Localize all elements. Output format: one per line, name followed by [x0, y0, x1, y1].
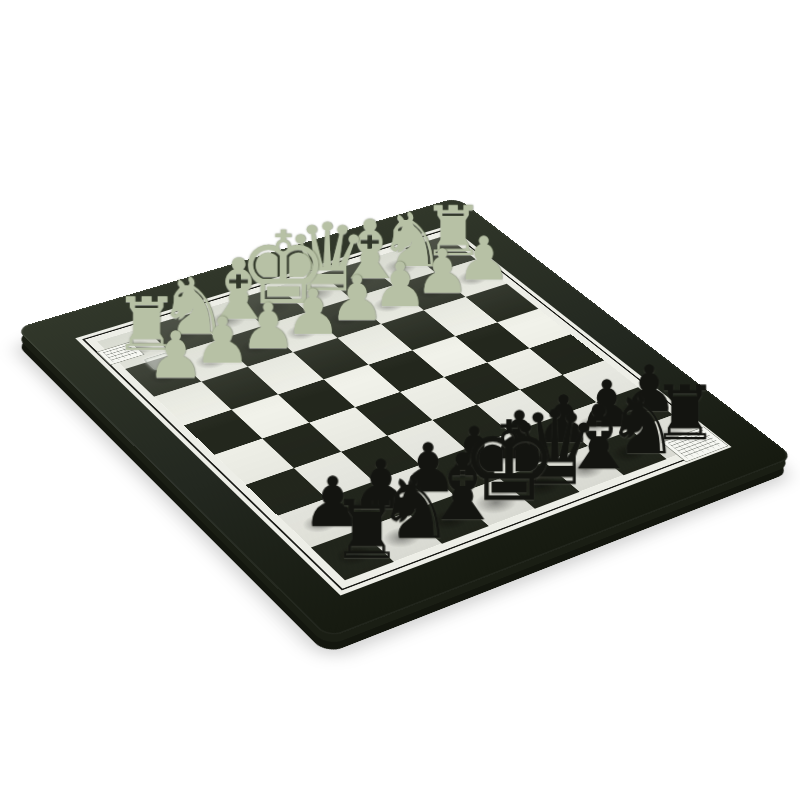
board-frame: ♜♞♝♚♛♝♞♜♟♟♟♟♟♟♟♟♟♟♟♟♟♟♟♟♜♞♝♚♛♝♞♜	[15, 197, 794, 638]
square-h2[interactable]: ♟	[125, 354, 201, 397]
piece-black-rook[interactable]: ♜	[330, 491, 403, 568]
photo-scene: ♜♞♝♚♛♝♞♜♟♟♟♟♟♟♟♟♟♟♟♟♟♟♟♟♜♞♝♚♛♝♞♜	[0, 0, 800, 800]
piece-white-pawn[interactable]: ♟	[146, 325, 204, 386]
chess-board: ♜♞♝♚♛♝♞♜♟♟♟♟♟♟♟♟♟♟♟♟♟♟♟♟♜♞♝♚♛♝♞♜	[15, 197, 794, 638]
